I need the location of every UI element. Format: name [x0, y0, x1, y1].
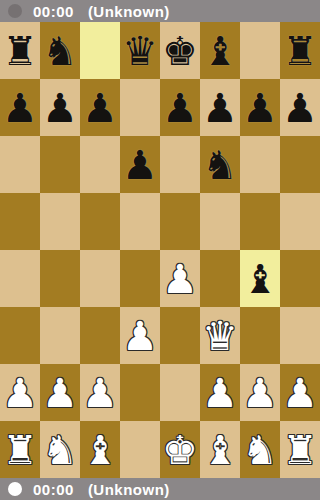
square-h4[interactable]	[280, 250, 320, 307]
square-c3[interactable]	[80, 307, 120, 364]
square-e7[interactable]: ♟	[160, 79, 200, 136]
piece-white-bishop: ♝	[82, 430, 118, 470]
chess-board[interactable]: ♜♞♛♚♝♜♟♟♟♟♟♟♟♟♞♟♝♟♛♟♟♟♟♟♟♜♞♝♚♝♞♜	[0, 22, 320, 478]
piece-black-pawn: ♟	[202, 88, 238, 128]
square-g8[interactable]	[240, 22, 280, 79]
square-a1[interactable]: ♜	[0, 421, 40, 478]
piece-white-pawn: ♟	[42, 373, 78, 413]
square-c1[interactable]: ♝	[80, 421, 120, 478]
square-c8[interactable]	[80, 22, 120, 79]
square-c7[interactable]: ♟	[80, 79, 120, 136]
piece-white-pawn: ♟	[282, 373, 318, 413]
piece-white-rook: ♜	[2, 430, 38, 470]
square-c5[interactable]	[80, 193, 120, 250]
square-h7[interactable]: ♟	[280, 79, 320, 136]
piece-black-pawn: ♟	[82, 88, 118, 128]
square-g6[interactable]	[240, 136, 280, 193]
square-d8[interactable]: ♛	[120, 22, 160, 79]
square-f7[interactable]: ♟	[200, 79, 240, 136]
square-a5[interactable]	[0, 193, 40, 250]
white-player-bar: 00:00 (Unknown)	[0, 478, 320, 500]
piece-black-pawn: ♟	[42, 88, 78, 128]
square-b5[interactable]	[40, 193, 80, 250]
square-b2[interactable]: ♟	[40, 364, 80, 421]
square-g2[interactable]: ♟	[240, 364, 280, 421]
square-a3[interactable]	[0, 307, 40, 364]
piece-white-pawn: ♟	[82, 373, 118, 413]
square-d5[interactable]	[120, 193, 160, 250]
piece-white-knight: ♞	[42, 430, 78, 470]
black-player-bar: 00:00 (Unknown)	[0, 0, 320, 22]
piece-white-pawn: ♟	[202, 373, 238, 413]
square-b4[interactable]	[40, 250, 80, 307]
piece-white-pawn: ♟	[162, 259, 198, 299]
square-d1[interactable]	[120, 421, 160, 478]
square-g3[interactable]	[240, 307, 280, 364]
piece-black-rook: ♜	[2, 31, 38, 71]
piece-black-pawn: ♟	[162, 88, 198, 128]
piece-white-pawn: ♟	[242, 373, 278, 413]
piece-white-knight: ♞	[242, 430, 278, 470]
square-h5[interactable]	[280, 193, 320, 250]
square-g7[interactable]: ♟	[240, 79, 280, 136]
piece-black-bishop: ♝	[202, 31, 238, 71]
piece-black-pawn: ♟	[242, 88, 278, 128]
white-player-name: (Unknown)	[88, 481, 170, 498]
piece-white-king: ♚	[162, 430, 198, 470]
square-e6[interactable]	[160, 136, 200, 193]
white-clock: 00:00	[33, 481, 74, 498]
square-e1[interactable]: ♚	[160, 421, 200, 478]
piece-black-knight: ♞	[202, 145, 238, 185]
square-g1[interactable]: ♞	[240, 421, 280, 478]
square-b6[interactable]	[40, 136, 80, 193]
piece-black-pawn: ♟	[122, 145, 158, 185]
chess-app-window: 00:00 (Unknown) ♜♞♛♚♝♜♟♟♟♟♟♟♟♟♞♟♝♟♛♟♟♟♟♟…	[0, 0, 320, 500]
piece-black-rook: ♜	[282, 31, 318, 71]
square-a2[interactable]: ♟	[0, 364, 40, 421]
square-h1[interactable]: ♜	[280, 421, 320, 478]
square-h8[interactable]: ♜	[280, 22, 320, 79]
square-a6[interactable]	[0, 136, 40, 193]
piece-white-queen: ♛	[202, 316, 238, 356]
square-g5[interactable]	[240, 193, 280, 250]
piece-white-bishop: ♝	[202, 430, 238, 470]
square-f2[interactable]: ♟	[200, 364, 240, 421]
piece-black-pawn: ♟	[2, 88, 38, 128]
square-e2[interactable]	[160, 364, 200, 421]
square-b8[interactable]: ♞	[40, 22, 80, 79]
piece-white-pawn: ♟	[122, 316, 158, 356]
square-f8[interactable]: ♝	[200, 22, 240, 79]
square-b3[interactable]	[40, 307, 80, 364]
square-d3[interactable]: ♟	[120, 307, 160, 364]
square-c4[interactable]	[80, 250, 120, 307]
square-c6[interactable]	[80, 136, 120, 193]
square-f6[interactable]: ♞	[200, 136, 240, 193]
square-f5[interactable]	[200, 193, 240, 250]
square-e3[interactable]	[160, 307, 200, 364]
square-f4[interactable]	[200, 250, 240, 307]
square-b7[interactable]: ♟	[40, 79, 80, 136]
black-player-name: (Unknown)	[88, 3, 170, 20]
square-e8[interactable]: ♚	[160, 22, 200, 79]
square-h3[interactable]	[280, 307, 320, 364]
square-c2[interactable]: ♟	[80, 364, 120, 421]
piece-black-knight: ♞	[42, 31, 78, 71]
square-d7[interactable]	[120, 79, 160, 136]
square-a8[interactable]: ♜	[0, 22, 40, 79]
piece-black-pawn: ♟	[282, 88, 318, 128]
square-b1[interactable]: ♞	[40, 421, 80, 478]
square-g4[interactable]: ♝	[240, 250, 280, 307]
square-a7[interactable]: ♟	[0, 79, 40, 136]
square-e4[interactable]: ♟	[160, 250, 200, 307]
piece-white-pawn: ♟	[2, 373, 38, 413]
black-player-disc-icon	[8, 4, 22, 18]
square-h2[interactable]: ♟	[280, 364, 320, 421]
square-h6[interactable]	[280, 136, 320, 193]
piece-white-rook: ♜	[282, 430, 318, 470]
piece-black-queen: ♛	[122, 31, 158, 71]
square-d6[interactable]: ♟	[120, 136, 160, 193]
square-a4[interactable]	[0, 250, 40, 307]
square-f1[interactable]: ♝	[200, 421, 240, 478]
white-player-disc-icon	[8, 482, 22, 496]
square-f3[interactable]: ♛	[200, 307, 240, 364]
square-e5[interactable]	[160, 193, 200, 250]
square-d2[interactable]	[120, 364, 160, 421]
black-clock: 00:00	[33, 3, 74, 20]
square-d4[interactable]	[120, 250, 160, 307]
piece-black-bishop: ♝	[242, 259, 278, 299]
piece-black-king: ♚	[162, 31, 198, 71]
